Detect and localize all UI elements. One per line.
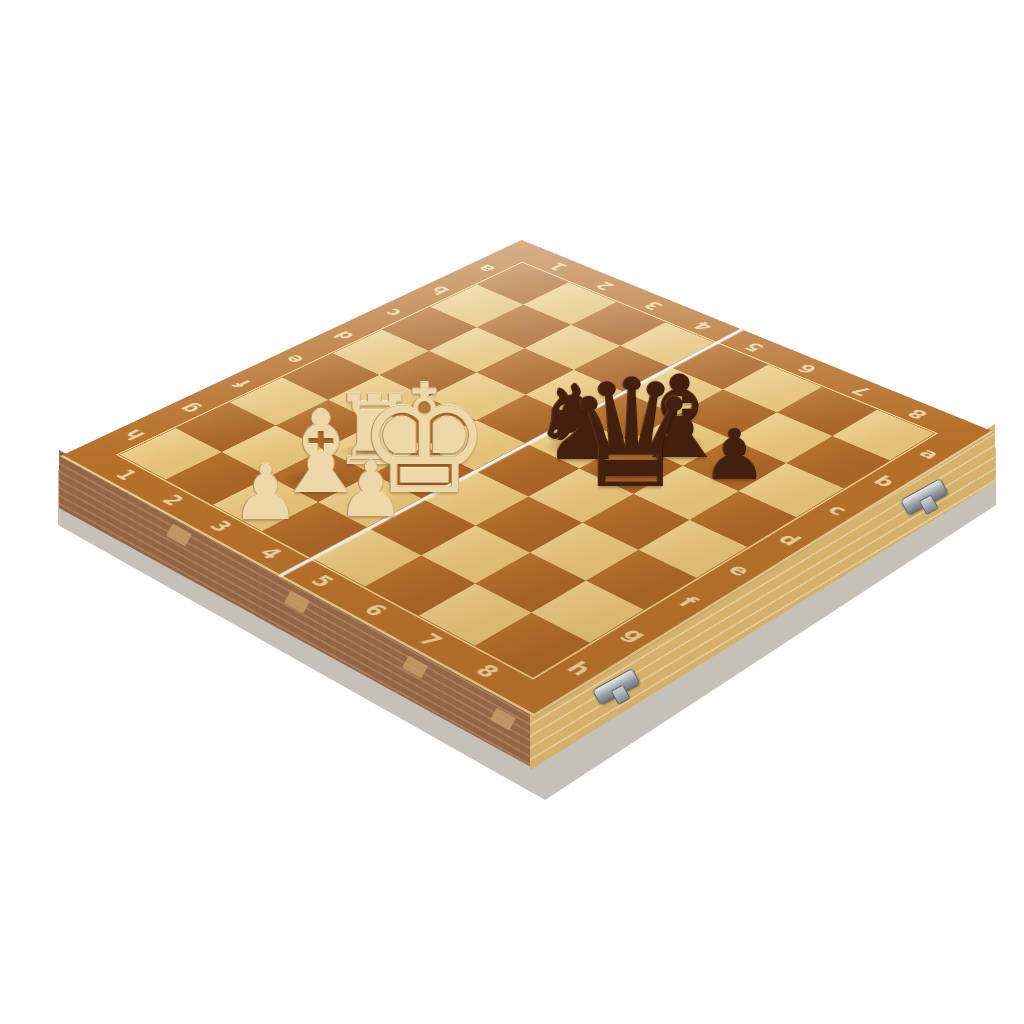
chess-board: 12345678 12345678 abcdefgh abcdefgh [60, 240, 993, 716]
product-photo-scene: 12345678 12345678 abcdefgh abcdefgh ♟♝♜♟… [0, 0, 1024, 1024]
board-tilt-wrapper: 12345678 12345678 abcdefgh abcdefgh [0, 0, 1024, 1024]
squares-grid [120, 263, 934, 677]
